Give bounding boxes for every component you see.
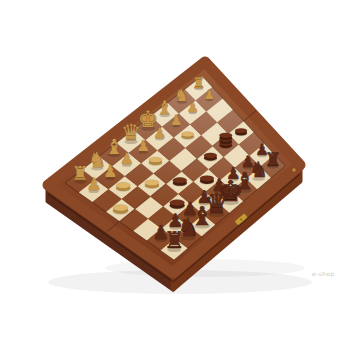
travel-chess-set-photo: ♜♟♞♟♝♟♚♟♛♟♝♟♟♜♟♞♟♞♟♜♝♟♟♚♟♛♟♝♟♞♟♜ e-shop (0, 0, 350, 350)
chess-board-render: ♜♟♞♟♝♟♚♟♛♟♝♟♟♜♟♞♟♞♟♜♝♟♟♚♟♛♟♝♟♞♟♜ (0, 0, 350, 350)
light-checker-disc-b3 (116, 182, 131, 191)
svg-text:♟: ♟ (204, 87, 215, 102)
dark-checker-disc-d5 (172, 177, 187, 186)
black-rook-a8: ♜ (164, 227, 185, 253)
white-pawn-f2: ♟ (170, 112, 183, 128)
white-pawn-c2: ♟ (120, 149, 134, 168)
dark-checker-disc-h5 (235, 128, 248, 136)
white-pawn-e2: ♟ (153, 125, 166, 141)
svg-text:♜: ♜ (164, 227, 185, 253)
light-checker-disc-d3 (148, 157, 162, 166)
svg-text:♟: ♟ (136, 137, 150, 155)
dark-checker-disc-f5 (204, 153, 218, 162)
hinge-glint (292, 168, 295, 171)
svg-text:♟: ♟ (153, 125, 166, 141)
svg-text:♟: ♟ (103, 162, 118, 181)
svg-text:♟: ♟ (86, 174, 101, 194)
white-pawn-b2: ♟ (103, 162, 118, 181)
white-pawn-g2: ♟ (187, 100, 199, 115)
white-pawn-a2: ♟ (86, 174, 101, 194)
light-checker-disc-c4 (144, 180, 159, 189)
dark-checker-disc-stack-g5 (219, 133, 232, 149)
light-checker-disc-f3 (181, 132, 194, 140)
watermark: e-shop (312, 271, 335, 277)
svg-text:♟: ♟ (170, 112, 183, 128)
svg-text:♟: ♟ (187, 100, 199, 115)
white-pawn-h2: ♟ (204, 87, 215, 102)
svg-text:♟: ♟ (120, 149, 134, 168)
light-checker-disc-a4 (113, 205, 129, 215)
white-pawn-d2: ♟ (136, 137, 150, 155)
